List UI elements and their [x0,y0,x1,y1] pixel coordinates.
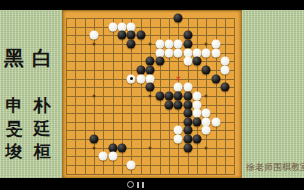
black-stone [183,143,192,152]
star-point [205,94,208,97]
black-stone [183,100,192,109]
black-stone [164,100,173,109]
white-stone [127,74,136,83]
star-point [149,42,152,45]
pause-bar-icon[interactable] [142,182,144,188]
white-stone [211,117,220,126]
record-circle-icon[interactable] [127,181,134,188]
white-stone [202,48,211,57]
player-name-char: 埈 [6,140,23,163]
grid-line [66,18,235,19]
white-stone [108,152,117,161]
letterbox-top [0,0,304,10]
black-stone [155,91,164,100]
right-tatami-panel: 徐老师围棋教室 [242,10,304,178]
star-point [205,42,208,45]
white-stone [174,48,183,57]
star-point [93,94,96,97]
white-stone [174,83,183,92]
white-stone [164,48,173,57]
white-player-name: 朴廷桓 [31,94,53,163]
video-frame: 黑 白 申旻埈 朴廷桓 ✕ 徐老师围棋教室 [0,0,304,190]
grid-line [66,174,235,175]
black-stone [183,117,192,126]
star-point [93,42,96,45]
white-stone [146,74,155,83]
white-stone [183,83,192,92]
white-stone [192,100,201,109]
black-stone [136,31,145,40]
black-label: 黑 [3,46,25,70]
black-stone [183,91,192,100]
white-stone [183,48,192,57]
white-stone [127,22,136,31]
letterbox-bottom [0,178,304,190]
white-stone [202,117,211,126]
grid-line [66,105,235,106]
white-stone [220,57,229,66]
player-controls[interactable] [127,181,144,188]
white-stone [118,22,127,31]
black-stone [211,74,220,83]
grid-line [66,27,235,28]
white-stone [174,135,183,144]
white-stone [192,48,201,57]
white-stone [90,31,99,40]
last-move-marker [130,77,133,80]
white-label: 白 [31,46,53,70]
white-stone [99,152,108,161]
go-board: ✕ [62,10,242,178]
white-stone [211,39,220,48]
player-name-char: 申 [6,94,23,117]
pause-bar-icon[interactable] [137,182,139,188]
black-stone [174,100,183,109]
black-stone [202,65,211,74]
white-stone [108,22,117,31]
star-point [93,146,96,149]
white-stone [202,109,211,118]
white-stone [202,126,211,135]
black-stone [136,65,145,74]
star-point [149,146,152,149]
player-name-char: 桓 [34,140,51,163]
black-stone [108,143,117,152]
white-stone [155,39,164,48]
grid-line [66,165,235,166]
black-stone [118,143,127,152]
player-name-char: 廷 [34,117,51,140]
black-stone [174,14,183,23]
white-stone [164,39,173,48]
black-stone [183,109,192,118]
grid-line [66,156,235,157]
black-player-name: 申旻埈 [3,94,25,163]
red-annotation-mark: ✕ [175,75,181,82]
black-stone [183,135,192,144]
player-name-char: 朴 [34,94,51,117]
black-stone [90,135,99,144]
black-stone [146,83,155,92]
white-stone [192,109,201,118]
black-stone [183,39,192,48]
black-stone [183,126,192,135]
white-stone [211,48,220,57]
star-point [149,94,152,97]
white-stone [183,57,192,66]
watermark-text: 徐老师围棋教室 [246,161,304,174]
black-stone [220,83,229,92]
black-stone [155,57,164,66]
black-stone [118,31,127,40]
black-stone [127,31,136,40]
black-stone [146,57,155,66]
white-stone [192,91,201,100]
black-stone [127,39,136,48]
color-labels: 黑 白 [0,46,62,70]
player-info-panel: 黑 白 申旻埈 朴廷桓 [0,10,62,178]
black-stone [192,57,201,66]
black-stone [192,135,201,144]
player-name-char: 旻 [6,117,23,140]
black-stone [174,91,183,100]
black-stone [146,65,155,74]
white-stone [174,126,183,135]
white-stone [155,48,164,57]
black-stone [164,91,173,100]
star-point [205,146,208,149]
white-stone [174,39,183,48]
black-stone [192,117,201,126]
white-stone [136,74,145,83]
white-stone [220,65,229,74]
white-stone [127,161,136,170]
black-stone [183,31,192,40]
